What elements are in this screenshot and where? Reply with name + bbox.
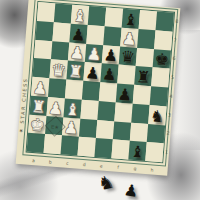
square-a1[interactable] — [27, 133, 45, 153]
square-f7[interactable]: ♟ — [120, 27, 138, 47]
piece-white-pawn-c2[interactable]: ♟ — [60, 118, 82, 138]
file-label-b: b — [42, 159, 59, 165]
rank-label-7: 7 — [173, 31, 177, 50]
rank-label-4: 4 — [169, 87, 173, 106]
square-a4[interactable]: ♟ — [31, 77, 49, 97]
square-h6[interactable]: ♚ — [153, 49, 171, 69]
file-label-f: f — [110, 164, 127, 170]
square-g5[interactable]: ♜ — [134, 66, 152, 86]
piece-white-pawn-a4[interactable]: ♟ — [29, 78, 51, 98]
square-e3[interactable] — [97, 101, 115, 121]
square-c7[interactable]: ♟ — [69, 23, 87, 43]
captured-black-pawn: ♟ — [123, 181, 140, 200]
square-d1[interactable] — [77, 137, 95, 157]
square-d4[interactable] — [82, 81, 100, 101]
piece-black-pawn-e5[interactable]: ♟ — [98, 65, 120, 85]
square-h7[interactable] — [154, 30, 172, 50]
file-label-g: g — [126, 166, 143, 172]
piece-black-knight-h3[interactable]: ♞ — [146, 106, 168, 126]
square-a8[interactable] — [37, 2, 55, 22]
rank-label-2: 2 — [166, 124, 170, 143]
piece-black-queen-f6[interactable]: ♛ — [117, 48, 139, 68]
square-b1[interactable] — [44, 134, 62, 154]
square-f2[interactable] — [113, 121, 131, 141]
piece-black-bishop-f8[interactable]: ♝ — [120, 10, 142, 30]
square-c4[interactable] — [65, 80, 83, 100]
square-h4[interactable] — [150, 86, 168, 106]
square-e2[interactable] — [96, 120, 114, 140]
square-g2[interactable] — [130, 122, 148, 142]
square-h2[interactable] — [147, 124, 165, 144]
brand-logo-text: E★ — [51, 123, 59, 130]
square-a7[interactable] — [35, 21, 53, 41]
piece-black-pawn-f4[interactable]: ♟ — [114, 85, 136, 105]
square-h8[interactable] — [156, 11, 174, 31]
piece-white-king-a2[interactable]: ♚ — [26, 116, 48, 136]
square-c2[interactable]: ♟ — [62, 117, 80, 137]
file-label-c: c — [59, 160, 76, 166]
square-c1[interactable] — [61, 136, 79, 156]
square-c8[interactable]: ♝ — [71, 5, 89, 25]
chess-board-mat: ★ STAR CHESS ♝♝♟♟♟♟♟♛♚♛♜♟♟♜♟♟♜♟♝♞♚♟♝ E★ … — [16, 0, 181, 176]
square-c3[interactable]: ♝ — [63, 98, 81, 118]
chess-grid: ♝♝♟♟♟♟♟♛♚♛♜♟♟♜♟♟♜♟♝♞♚♟♝ — [26, 1, 176, 163]
square-e1[interactable] — [94, 138, 112, 158]
square-a2[interactable]: ♚ — [28, 114, 46, 134]
square-a6[interactable] — [34, 39, 52, 59]
piece-white-bishop-c8[interactable]: ♝ — [69, 6, 91, 26]
square-f3[interactable] — [114, 102, 132, 122]
file-label-e: e — [93, 163, 110, 169]
square-e5[interactable]: ♟ — [100, 63, 118, 83]
file-label-a: a — [25, 158, 42, 164]
photo-scene: ★ STAR CHESS ♝♝♟♟♟♟♟♛♚♛♜♟♟♜♟♟♜♟♝♞♚♟♝ E★ … — [0, 0, 200, 200]
rank-label-5: 5 — [170, 68, 174, 87]
cloth-shadow-right — [174, 30, 200, 150]
piece-white-pawn-f7[interactable]: ♟ — [118, 29, 140, 49]
square-f4[interactable]: ♟ — [116, 84, 134, 104]
rank-label-8: 8 — [175, 12, 179, 31]
square-f6[interactable]: ♛ — [119, 46, 137, 66]
piece-black-pawn-c7[interactable]: ♟ — [67, 25, 89, 45]
piece-black-rook-g5[interactable]: ♜ — [132, 68, 154, 88]
square-g1[interactable]: ♝ — [128, 141, 146, 161]
captured-black-knight: ♞ — [96, 173, 116, 194]
file-label-h: h — [143, 167, 160, 173]
piece-white-bishop-c3[interactable]: ♝ — [61, 100, 83, 120]
piece-black-king-h6[interactable]: ♚ — [151, 50, 173, 70]
square-h3[interactable]: ♞ — [148, 105, 166, 125]
piece-black-bishop-g1[interactable]: ♝ — [126, 143, 148, 163]
rank-label-1: 1 — [164, 143, 168, 162]
file-label-d: d — [76, 162, 93, 168]
square-f8[interactable]: ♝ — [122, 9, 140, 29]
